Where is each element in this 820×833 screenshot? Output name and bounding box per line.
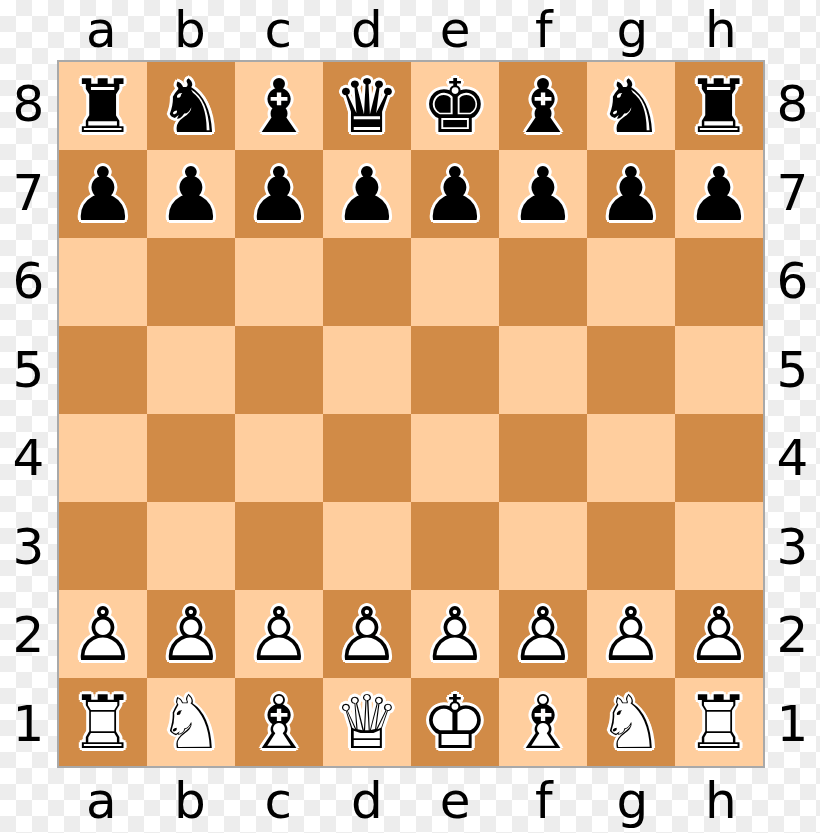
rank-label-2: 2: [765, 591, 820, 680]
rank-label-3: 3: [765, 503, 820, 592]
square-b1[interactable]: ♞♘: [147, 678, 235, 766]
black-knight: ♞: [147, 62, 235, 150]
black-king: ♚: [411, 62, 499, 150]
file-label-c: c: [234, 0, 323, 60]
chess-diagram: abcdefgh 87654321 ♜♜♞♞♝♝♛♛♚♚♝♝♞♞♜♜♟♟♟♟♟♟…: [0, 0, 820, 833]
square-e3[interactable]: [411, 502, 499, 590]
white-pawn: ♙: [323, 590, 411, 678]
square-c4[interactable]: [235, 414, 323, 502]
file-label-e: e: [411, 768, 500, 833]
square-a2[interactable]: ♟♙: [59, 590, 147, 678]
square-g5[interactable]: [587, 326, 675, 414]
black-queen-halo: ♛: [323, 62, 411, 150]
black-pawn: ♟: [675, 150, 763, 238]
black-knight-halo: ♞: [147, 62, 235, 150]
square-c2[interactable]: ♟♙: [235, 590, 323, 678]
square-f1[interactable]: ♝♗: [499, 678, 587, 766]
square-b5[interactable]: [147, 326, 235, 414]
square-f6[interactable]: [499, 238, 587, 326]
white-rook: ♖: [675, 678, 763, 766]
square-a7[interactable]: ♟♟: [59, 150, 147, 238]
white-pawn-halo: ♟: [587, 590, 675, 678]
white-knight-halo: ♞: [147, 678, 235, 766]
square-b6[interactable]: [147, 238, 235, 326]
square-h1[interactable]: ♜♖: [675, 678, 763, 766]
black-pawn: ♟: [147, 150, 235, 238]
file-label-f: f: [500, 768, 589, 833]
black-knight-halo: ♞: [587, 62, 675, 150]
white-pawn: ♙: [587, 590, 675, 678]
square-b8[interactable]: ♞♞: [147, 62, 235, 150]
square-g1[interactable]: ♞♘: [587, 678, 675, 766]
rank-label-2: 2: [0, 591, 57, 680]
file-label-a: a: [57, 0, 146, 60]
square-d1[interactable]: ♛♕: [323, 678, 411, 766]
black-pawn-halo: ♟: [323, 150, 411, 238]
square-c5[interactable]: [235, 326, 323, 414]
black-pawn-halo: ♟: [675, 150, 763, 238]
black-pawn-halo: ♟: [411, 150, 499, 238]
rank-label-4: 4: [0, 414, 57, 503]
white-pawn: ♙: [147, 590, 235, 678]
black-bishop-halo: ♝: [499, 62, 587, 150]
white-bishop: ♗: [499, 678, 587, 766]
square-d7[interactable]: ♟♟: [323, 150, 411, 238]
white-pawn: ♙: [235, 590, 323, 678]
square-f5[interactable]: [499, 326, 587, 414]
white-knight-halo: ♞: [587, 678, 675, 766]
square-g8[interactable]: ♞♞: [587, 62, 675, 150]
square-g3[interactable]: [587, 502, 675, 590]
square-h6[interactable]: [675, 238, 763, 326]
white-queen-halo: ♛: [323, 678, 411, 766]
white-pawn: ♙: [499, 590, 587, 678]
black-pawn: ♟: [235, 150, 323, 238]
square-b2[interactable]: ♟♙: [147, 590, 235, 678]
square-e4[interactable]: [411, 414, 499, 502]
black-bishop: ♝: [499, 62, 587, 150]
white-king: ♔: [411, 678, 499, 766]
square-b3[interactable]: [147, 502, 235, 590]
rank-label-1: 1: [0, 680, 57, 769]
file-label-c: c: [234, 768, 323, 833]
square-g6[interactable]: [587, 238, 675, 326]
file-labels-bottom: abcdefgh: [57, 768, 765, 833]
rank-label-8: 8: [0, 60, 57, 149]
white-king-halo: ♚: [411, 678, 499, 766]
square-e5[interactable]: [411, 326, 499, 414]
square-e2[interactable]: ♟♙: [411, 590, 499, 678]
file-label-g: g: [588, 0, 677, 60]
rank-label-5: 5: [765, 326, 820, 415]
square-f3[interactable]: [499, 502, 587, 590]
square-b4[interactable]: [147, 414, 235, 502]
square-a6[interactable]: [59, 238, 147, 326]
square-d6[interactable]: [323, 238, 411, 326]
file-label-a: a: [57, 768, 146, 833]
black-bishop-halo: ♝: [235, 62, 323, 150]
black-queen: ♛: [323, 62, 411, 150]
file-label-d: d: [323, 0, 412, 60]
square-f8[interactable]: ♝♝: [499, 62, 587, 150]
white-pawn-halo: ♟: [235, 590, 323, 678]
square-f7[interactable]: ♟♟: [499, 150, 587, 238]
square-h8[interactable]: ♜♜: [675, 62, 763, 150]
square-g7[interactable]: ♟♟: [587, 150, 675, 238]
square-f4[interactable]: [499, 414, 587, 502]
black-bishop: ♝: [235, 62, 323, 150]
file-label-b: b: [146, 0, 235, 60]
white-knight: ♘: [147, 678, 235, 766]
file-label-d: d: [323, 768, 412, 833]
black-rook: ♜: [675, 62, 763, 150]
white-pawn-halo: ♟: [675, 590, 763, 678]
square-a1[interactable]: ♜♖: [59, 678, 147, 766]
rank-label-7: 7: [0, 149, 57, 238]
white-knight: ♘: [587, 678, 675, 766]
white-bishop-halo: ♝: [499, 678, 587, 766]
square-c1[interactable]: ♝♗: [235, 678, 323, 766]
square-d8[interactable]: ♛♛: [323, 62, 411, 150]
black-pawn-halo: ♟: [587, 150, 675, 238]
file-labels-top: abcdefgh: [57, 0, 765, 60]
square-g4[interactable]: [587, 414, 675, 502]
square-d4[interactable]: [323, 414, 411, 502]
white-rook-halo: ♜: [59, 678, 147, 766]
white-rook: ♖: [59, 678, 147, 766]
rank-label-6: 6: [0, 237, 57, 326]
square-a4[interactable]: [59, 414, 147, 502]
white-rook-halo: ♜: [675, 678, 763, 766]
white-pawn-halo: ♟: [499, 590, 587, 678]
white-pawn-halo: ♟: [411, 590, 499, 678]
black-pawn: ♟: [499, 150, 587, 238]
file-label-f: f: [500, 0, 589, 60]
black-pawn-halo: ♟: [147, 150, 235, 238]
square-g2[interactable]: ♟♙: [587, 590, 675, 678]
black-pawn: ♟: [323, 150, 411, 238]
square-h4[interactable]: [675, 414, 763, 502]
black-pawn-halo: ♟: [499, 150, 587, 238]
white-pawn: ♙: [59, 590, 147, 678]
white-pawn: ♙: [411, 590, 499, 678]
square-a5[interactable]: [59, 326, 147, 414]
white-pawn-halo: ♟: [323, 590, 411, 678]
rank-label-6: 6: [765, 237, 820, 326]
rank-label-4: 4: [765, 414, 820, 503]
black-pawn-halo: ♟: [59, 150, 147, 238]
square-a8[interactable]: ♜♜: [59, 62, 147, 150]
square-c7[interactable]: ♟♟: [235, 150, 323, 238]
white-queen: ♕: [323, 678, 411, 766]
black-rook-halo: ♜: [675, 62, 763, 150]
square-h7[interactable]: ♟♟: [675, 150, 763, 238]
square-f2[interactable]: ♟♙: [499, 590, 587, 678]
square-d5[interactable]: [323, 326, 411, 414]
file-label-h: h: [677, 0, 766, 60]
white-bishop-halo: ♝: [235, 678, 323, 766]
black-pawn: ♟: [59, 150, 147, 238]
white-pawn-halo: ♟: [147, 590, 235, 678]
square-h5[interactable]: [675, 326, 763, 414]
white-pawn-halo: ♟: [59, 590, 147, 678]
black-king-halo: ♚: [411, 62, 499, 150]
square-e1[interactable]: ♚♔: [411, 678, 499, 766]
rank-labels-left: 87654321: [0, 60, 57, 768]
square-h3[interactable]: [675, 502, 763, 590]
square-h2[interactable]: ♟♙: [675, 590, 763, 678]
black-rook-halo: ♜: [59, 62, 147, 150]
white-bishop: ♗: [235, 678, 323, 766]
square-e7[interactable]: ♟♟: [411, 150, 499, 238]
square-b7[interactable]: ♟♟: [147, 150, 235, 238]
rank-label-7: 7: [765, 149, 820, 238]
black-rook: ♜: [59, 62, 147, 150]
file-label-g: g: [588, 768, 677, 833]
rank-label-5: 5: [0, 326, 57, 415]
file-label-e: e: [411, 0, 500, 60]
square-c6[interactable]: [235, 238, 323, 326]
file-label-h: h: [677, 768, 766, 833]
square-c8[interactable]: ♝♝: [235, 62, 323, 150]
square-d2[interactable]: ♟♙: [323, 590, 411, 678]
chess-board: ♜♜♞♞♝♝♛♛♚♚♝♝♞♞♜♜♟♟♟♟♟♟♟♟♟♟♟♟♟♟♟♟♟♙♟♙♟♙♟♙…: [57, 60, 765, 768]
rank-label-8: 8: [765, 60, 820, 149]
square-e8[interactable]: ♚♚: [411, 62, 499, 150]
black-knight: ♞: [587, 62, 675, 150]
black-pawn: ♟: [587, 150, 675, 238]
square-e6[interactable]: [411, 238, 499, 326]
square-d3[interactable]: [323, 502, 411, 590]
file-label-b: b: [146, 768, 235, 833]
rank-label-3: 3: [0, 503, 57, 592]
black-pawn: ♟: [411, 150, 499, 238]
rank-labels-right: 87654321: [765, 60, 820, 768]
square-c3[interactable]: [235, 502, 323, 590]
black-pawn-halo: ♟: [235, 150, 323, 238]
rank-label-1: 1: [765, 680, 820, 769]
square-a3[interactable]: [59, 502, 147, 590]
white-pawn: ♙: [675, 590, 763, 678]
